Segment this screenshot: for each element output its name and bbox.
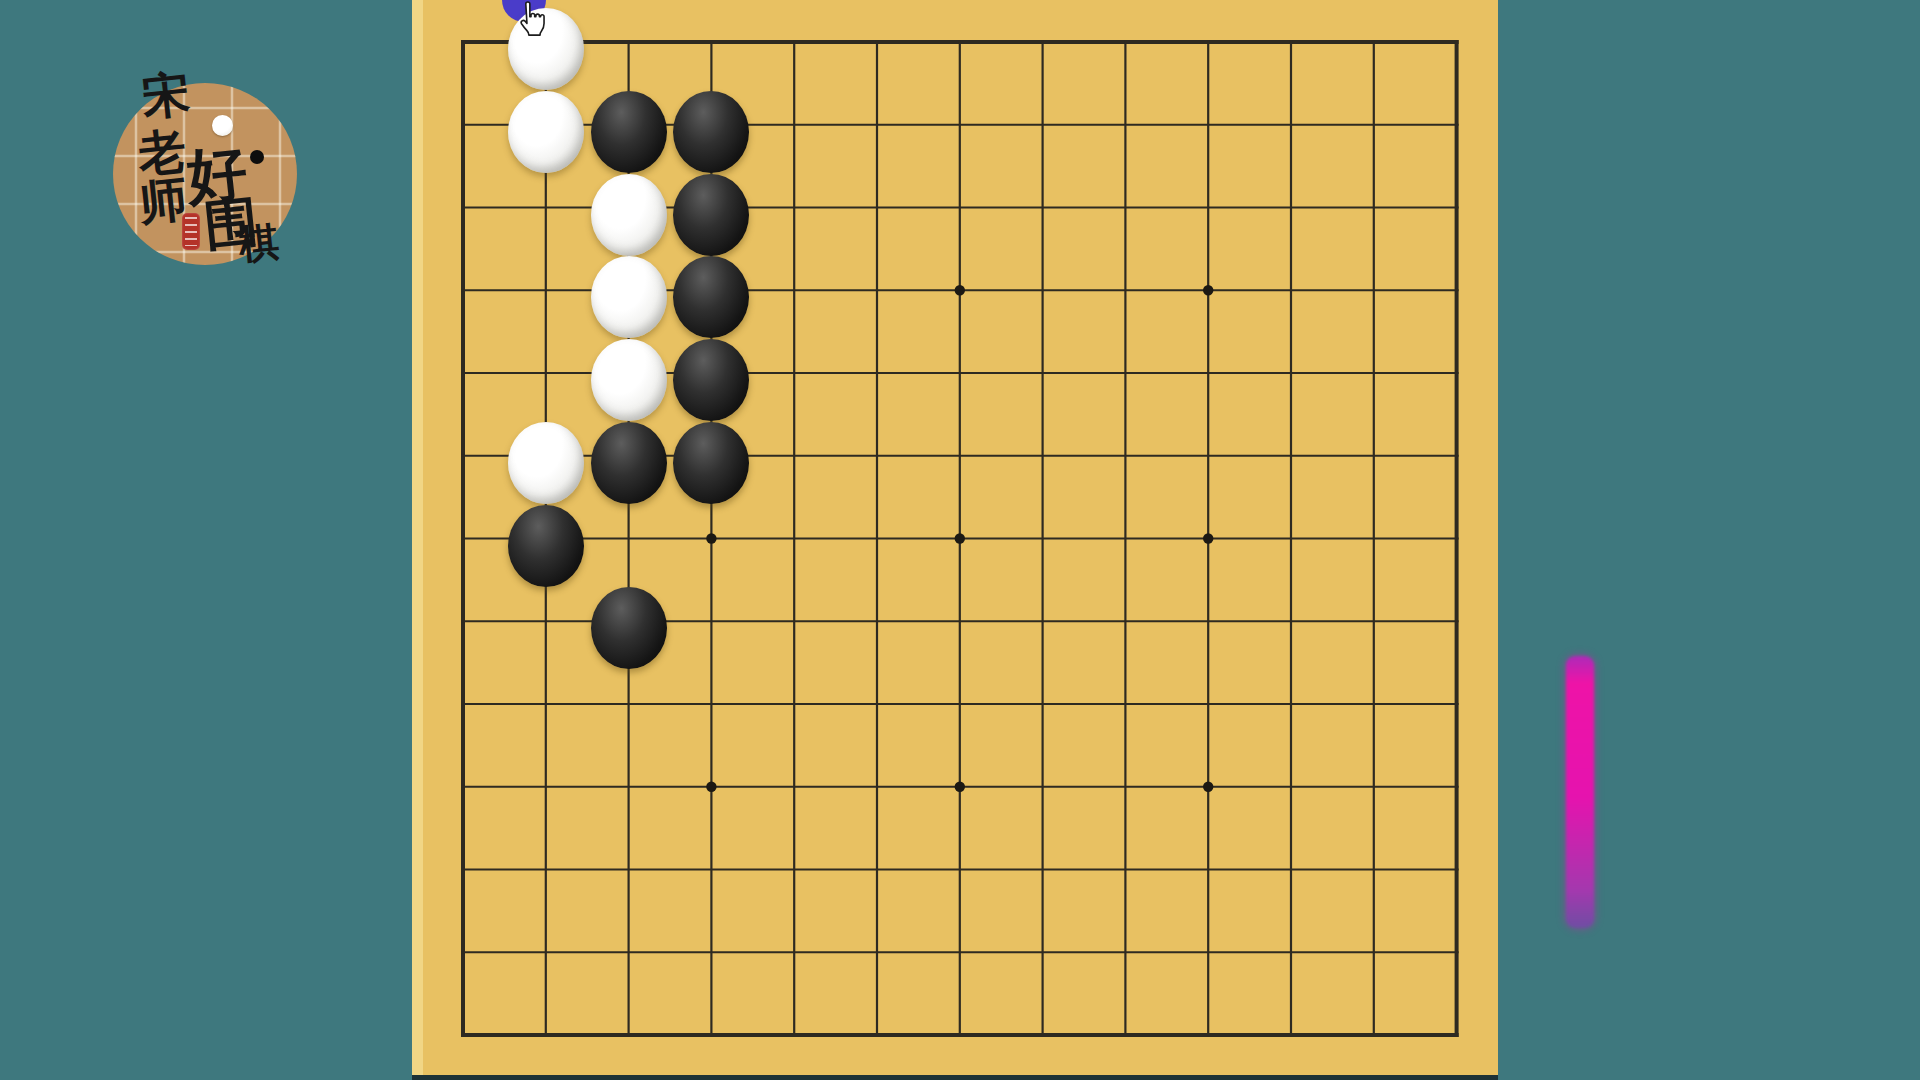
logo-char-qi: 棋	[237, 221, 281, 265]
channel-logo: 宋 老 师 好 围 棋	[113, 70, 313, 285]
white-stone[interactable]	[508, 91, 584, 173]
black-stone[interactable]	[673, 339, 749, 421]
logo-white-stone-icon	[212, 115, 233, 136]
white-stone[interactable]	[591, 339, 667, 421]
white-stone[interactable]	[591, 256, 667, 338]
black-stone[interactable]	[673, 422, 749, 504]
black-stone[interactable]	[673, 91, 749, 173]
black-stone[interactable]	[591, 587, 667, 669]
hand-cursor	[516, 1, 546, 37]
black-stone[interactable]	[591, 91, 667, 173]
white-stone[interactable]	[508, 422, 584, 504]
highlight-bar	[1566, 656, 1594, 928]
logo-char-shi: 师	[137, 174, 190, 227]
black-stone[interactable]	[591, 422, 667, 504]
board-bottom-edge	[412, 1075, 1498, 1080]
black-stone[interactable]	[508, 505, 584, 587]
white-stone[interactable]	[591, 174, 667, 256]
board-edge-highlight	[412, 0, 423, 1075]
black-stone[interactable]	[673, 174, 749, 256]
logo-black-stone-icon	[250, 150, 264, 164]
logo-char-song: 宋	[140, 69, 193, 122]
video-frame: 宋 老 师 好 围 棋	[0, 0, 1920, 1080]
